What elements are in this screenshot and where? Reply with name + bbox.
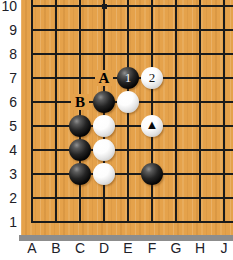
coord-bottom-A: A [22,241,42,255]
board-label-A[interactable]: A [95,70,113,86]
coord-bottom-D: D [94,241,114,255]
grid-line-row-2 [31,197,233,199]
coord-bottom-F: F [142,241,162,255]
grid-line-row-5 [31,125,233,127]
grid-line-col-A [31,0,33,223]
coord-left-2: 2 [0,190,17,206]
coord-left-10: 10 [0,0,17,14]
coord-left-5: 5 [0,118,17,134]
stone-black-D6[interactable] [93,91,115,113]
stone-black-C4[interactable] [69,139,91,161]
grid-line-row-3 [31,173,233,175]
coord-left-7: 7 [0,70,17,86]
stone-white-D3[interactable] [93,163,115,185]
coord-left-4: 4 [0,142,17,158]
stone-black-C5[interactable] [69,115,91,137]
board-label-B[interactable]: B [71,94,89,110]
grid-line-col-C [79,0,81,223]
grid-line-row-8 [31,53,233,55]
move-number-1: 1 [117,67,139,89]
stone-black-C3[interactable] [69,163,91,185]
coord-bottom-J: J [214,241,233,255]
coord-bottom-G: G [166,241,186,255]
coord-left-9: 9 [0,22,17,38]
grid-line-col-J [223,0,225,223]
triangle-mark-icon: ▲ [141,114,163,136]
grid-line-row-4 [31,149,233,151]
stone-white-D5[interactable] [93,115,115,137]
grid-line-row-1 [31,221,233,223]
coord-left-1: 1 [0,214,17,230]
coord-bottom-E: E [118,241,138,255]
coord-left-8: 8 [0,46,17,62]
go-diagram: AB 12▲ 10987654321ABCDEFGHJ [0,0,233,260]
grid-line-col-G [175,0,177,223]
stone-black-E7[interactable]: 1 [117,67,139,89]
grid-line-col-F [151,0,153,223]
grid-line-row-10 [31,5,233,7]
grid-line-col-B [55,0,57,223]
coord-bottom-H: H [190,241,210,255]
stone-white-D4[interactable] [93,139,115,161]
stone-white-E6[interactable] [117,91,139,113]
coord-bottom-B: B [46,241,66,255]
star-point-D10 [102,4,107,9]
coord-left-6: 6 [0,94,17,110]
move-number-2: 2 [141,67,163,89]
coord-bottom-C: C [70,241,90,255]
coord-left-3: 3 [0,166,17,182]
stone-white-F7[interactable]: 2 [141,67,163,89]
stone-white-F5[interactable]: ▲ [141,115,163,137]
grid-line-col-H [199,0,201,223]
grid-line-row-9 [31,29,233,31]
stone-black-F3[interactable] [141,163,163,185]
